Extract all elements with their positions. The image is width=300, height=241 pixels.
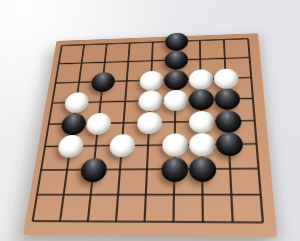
- photo-background: [0, 0, 300, 241]
- board-perspective-wrapper: [23, 33, 277, 237]
- grid-lines: [23, 33, 277, 237]
- go-board[interactable]: [23, 33, 277, 237]
